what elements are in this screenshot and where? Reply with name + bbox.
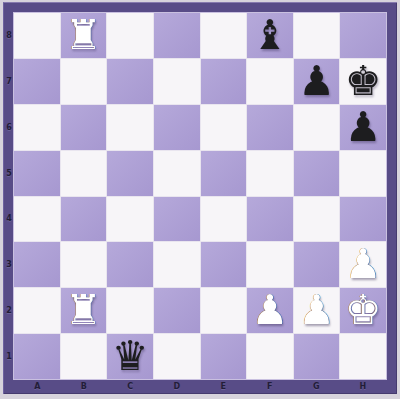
square-e7[interactable] — [201, 59, 247, 104]
white-rook-icon[interactable]: ♜♖ — [61, 288, 107, 333]
black-pawn-icon[interactable]: ♟ — [294, 59, 340, 104]
piece-glyph-solid: ♟ — [298, 61, 335, 102]
file-label-g: G — [293, 379, 340, 394]
square-d6[interactable] — [154, 105, 200, 150]
square-a2[interactable] — [14, 288, 60, 333]
square-f1[interactable] — [247, 334, 293, 379]
board-outer-edge: 87654321 ♜♖♝♟♚♟♟♙♜♖♟♙♟♙♚♔♛ ABCDEFGH — [0, 0, 400, 399]
piece-glyph-fill: ♟ — [298, 290, 335, 331]
square-g1[interactable] — [294, 334, 340, 379]
square-a6[interactable] — [14, 105, 60, 150]
square-d2[interactable] — [154, 288, 200, 333]
piece-glyph-fill: ♜ — [65, 290, 102, 331]
square-g4[interactable] — [294, 197, 340, 242]
white-pawn-icon[interactable]: ♟♙ — [340, 242, 386, 287]
file-label-e: E — [200, 379, 247, 394]
square-b3[interactable] — [61, 242, 107, 287]
square-e5[interactable] — [201, 151, 247, 196]
square-a4[interactable] — [14, 197, 60, 242]
white-pawn-icon[interactable]: ♟♙ — [247, 288, 293, 333]
square-h7[interactable]: ♚ — [340, 59, 386, 104]
white-pawn-icon[interactable]: ♟♙ — [294, 288, 340, 333]
board-frame: 87654321 ♜♖♝♟♚♟♟♙♜♖♟♙♟♙♚♔♛ ABCDEFGH — [3, 2, 397, 394]
square-c6[interactable] — [107, 105, 153, 150]
square-b4[interactable] — [61, 197, 107, 242]
square-b6[interactable] — [61, 105, 107, 150]
square-h6[interactable]: ♟ — [340, 105, 386, 150]
piece-glyph-solid: ♛ — [112, 336, 149, 377]
square-a3[interactable] — [14, 242, 60, 287]
square-c1[interactable]: ♛ — [107, 334, 153, 379]
rank-label-8: 8 — [4, 13, 14, 59]
square-d3[interactable] — [154, 242, 200, 287]
square-b2[interactable]: ♜♖ — [61, 288, 107, 333]
square-b5[interactable] — [61, 151, 107, 196]
piece-glyph-solid: ♟ — [345, 107, 382, 148]
rank-label-5: 5 — [4, 150, 14, 196]
rank-label-6: 6 — [4, 105, 14, 151]
square-g6[interactable] — [294, 105, 340, 150]
file-labels: ABCDEFGH — [14, 379, 386, 394]
square-g8[interactable] — [294, 13, 340, 58]
square-e2[interactable] — [201, 288, 247, 333]
file-label-h: H — [340, 379, 387, 394]
file-label-b: B — [61, 379, 108, 394]
square-c4[interactable] — [107, 197, 153, 242]
square-c8[interactable] — [107, 13, 153, 58]
square-a5[interactable] — [14, 151, 60, 196]
square-h5[interactable] — [340, 151, 386, 196]
square-f4[interactable] — [247, 197, 293, 242]
square-h3[interactable]: ♟♙ — [340, 242, 386, 287]
square-b8[interactable]: ♜♖ — [61, 13, 107, 58]
square-d8[interactable] — [154, 13, 200, 58]
square-d5[interactable] — [154, 151, 200, 196]
square-g2[interactable]: ♟♙ — [294, 288, 340, 333]
square-h2[interactable]: ♚♔ — [340, 288, 386, 333]
square-f6[interactable] — [247, 105, 293, 150]
rank-label-3: 3 — [4, 242, 14, 288]
square-f7[interactable] — [247, 59, 293, 104]
file-label-a: A — [14, 379, 61, 394]
white-king-icon[interactable]: ♚♔ — [340, 288, 386, 333]
square-a8[interactable] — [14, 13, 60, 58]
file-label-f: F — [247, 379, 294, 394]
rank-label-2: 2 — [4, 288, 14, 334]
square-c3[interactable] — [107, 242, 153, 287]
square-h1[interactable] — [340, 334, 386, 379]
chess-board: ♜♖♝♟♚♟♟♙♜♖♟♙♟♙♚♔♛ — [14, 13, 386, 379]
piece-glyph-fill: ♚ — [345, 290, 382, 331]
square-c5[interactable] — [107, 151, 153, 196]
square-d1[interactable] — [154, 334, 200, 379]
square-d4[interactable] — [154, 197, 200, 242]
black-pawn-icon[interactable]: ♟ — [340, 105, 386, 150]
square-e8[interactable] — [201, 13, 247, 58]
file-label-c: C — [107, 379, 154, 394]
square-f3[interactable] — [247, 242, 293, 287]
square-g5[interactable] — [294, 151, 340, 196]
square-c7[interactable] — [107, 59, 153, 104]
square-f2[interactable]: ♟♙ — [247, 288, 293, 333]
file-label-d: D — [154, 379, 201, 394]
square-f5[interactable] — [247, 151, 293, 196]
square-e6[interactable] — [201, 105, 247, 150]
piece-glyph-fill: ♟ — [345, 244, 382, 285]
black-queen-icon[interactable]: ♛ — [107, 334, 153, 379]
piece-glyph-solid: ♝ — [252, 15, 289, 56]
square-a7[interactable] — [14, 59, 60, 104]
square-f8[interactable]: ♝ — [247, 13, 293, 58]
black-king-icon[interactable]: ♚ — [340, 59, 386, 104]
rank-label-1: 1 — [4, 333, 14, 379]
square-d7[interactable] — [154, 59, 200, 104]
square-h8[interactable] — [340, 13, 386, 58]
square-b7[interactable] — [61, 59, 107, 104]
rank-label-4: 4 — [4, 196, 14, 242]
rank-labels: 87654321 — [4, 13, 14, 379]
square-e4[interactable] — [201, 197, 247, 242]
square-e1[interactable] — [201, 334, 247, 379]
square-g7[interactable]: ♟ — [294, 59, 340, 104]
square-g3[interactable] — [294, 242, 340, 287]
rank-label-7: 7 — [4, 59, 14, 105]
square-e3[interactable] — [201, 242, 247, 287]
black-bishop-icon[interactable]: ♝ — [247, 13, 293, 58]
square-h4[interactable] — [340, 197, 386, 242]
square-c2[interactable] — [107, 288, 153, 333]
square-a1[interactable] — [14, 334, 60, 379]
square-b1[interactable] — [61, 334, 107, 379]
piece-glyph-solid: ♚ — [345, 61, 382, 102]
piece-glyph-fill: ♜ — [65, 15, 102, 56]
piece-glyph-fill: ♟ — [252, 290, 289, 331]
white-rook-icon[interactable]: ♜♖ — [61, 13, 107, 58]
